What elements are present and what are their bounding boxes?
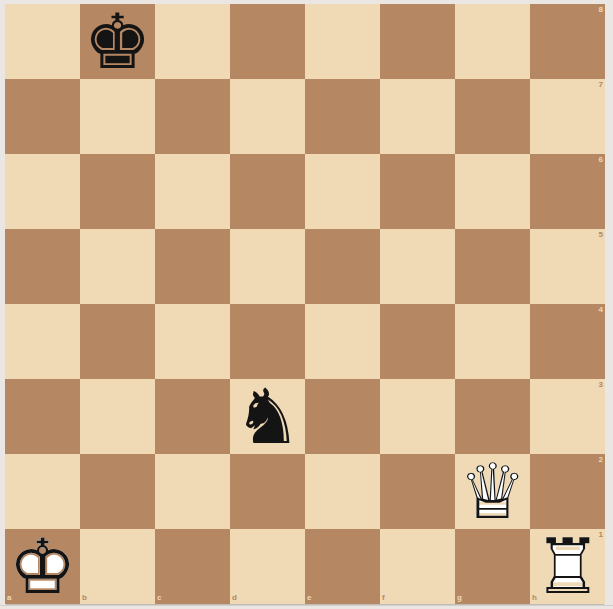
square-g5[interactable] [455, 229, 530, 304]
chess-board: ♚87654♞3♛♕2a♚♔bcdefg1h♜♖ [5, 4, 605, 604]
square-d7[interactable] [230, 79, 305, 154]
square-h1[interactable]: 1h♜♖ [530, 529, 605, 604]
square-f7[interactable] [380, 79, 455, 154]
piece-black-king[interactable]: ♚ [80, 4, 155, 79]
square-d8[interactable] [230, 4, 305, 79]
rank-label-4: 4 [599, 306, 603, 314]
rank-label-2: 2 [599, 456, 603, 464]
file-label-b: b [82, 594, 87, 602]
square-f2[interactable] [380, 454, 455, 529]
square-e7[interactable] [305, 79, 380, 154]
square-d6[interactable] [230, 154, 305, 229]
square-e5[interactable] [305, 229, 380, 304]
square-d3[interactable]: ♞ [230, 379, 305, 454]
file-label-c: c [157, 594, 161, 602]
square-b2[interactable] [80, 454, 155, 529]
square-h3[interactable]: 3 [530, 379, 605, 454]
square-f5[interactable] [380, 229, 455, 304]
file-label-f: f [382, 594, 385, 602]
square-g8[interactable] [455, 4, 530, 79]
black-knight-glyph: ♞ [233, 379, 301, 454]
square-g7[interactable] [455, 79, 530, 154]
square-a6[interactable] [5, 154, 80, 229]
square-a3[interactable] [5, 379, 80, 454]
square-h6[interactable]: 6 [530, 154, 605, 229]
square-b7[interactable] [80, 79, 155, 154]
square-a2[interactable] [5, 454, 80, 529]
square-g1[interactable]: g [455, 529, 530, 604]
square-b1[interactable]: b [80, 529, 155, 604]
square-d4[interactable] [230, 304, 305, 379]
square-g3[interactable] [455, 379, 530, 454]
file-label-d: d [232, 594, 237, 602]
square-d2[interactable] [230, 454, 305, 529]
square-b4[interactable] [80, 304, 155, 379]
file-label-g: g [457, 594, 462, 602]
square-h4[interactable]: 4 [530, 304, 605, 379]
square-d5[interactable] [230, 229, 305, 304]
square-a5[interactable] [5, 229, 80, 304]
square-c6[interactable] [155, 154, 230, 229]
black-king-glyph: ♚ [83, 4, 151, 79]
square-c4[interactable] [155, 304, 230, 379]
square-e6[interactable] [305, 154, 380, 229]
square-c8[interactable] [155, 4, 230, 79]
square-e1[interactable]: e [305, 529, 380, 604]
square-b8[interactable]: ♚ [80, 4, 155, 79]
square-h7[interactable]: 7 [530, 79, 605, 154]
square-c1[interactable]: c [155, 529, 230, 604]
rank-label-5: 5 [599, 231, 603, 239]
bottom-divider [0, 605, 613, 606]
white-queen-glyph: ♕ [458, 454, 526, 529]
square-d1[interactable]: d [230, 529, 305, 604]
white-rook-glyph: ♖ [533, 529, 601, 604]
rank-label-7: 7 [599, 81, 603, 89]
square-a8[interactable] [5, 4, 80, 79]
square-c7[interactable] [155, 79, 230, 154]
square-c5[interactable] [155, 229, 230, 304]
file-label-e: e [307, 594, 311, 602]
square-h5[interactable]: 5 [530, 229, 605, 304]
square-f6[interactable] [380, 154, 455, 229]
square-e2[interactable] [305, 454, 380, 529]
square-b3[interactable] [80, 379, 155, 454]
square-b5[interactable] [80, 229, 155, 304]
piece-white-king[interactable]: ♚♔ [5, 529, 80, 604]
square-f8[interactable] [380, 4, 455, 79]
square-b6[interactable] [80, 154, 155, 229]
square-h2[interactable]: 2 [530, 454, 605, 529]
square-f3[interactable] [380, 379, 455, 454]
square-a7[interactable] [5, 79, 80, 154]
chess-app-page: ♚87654♞3♛♕2a♚♔bcdefg1h♜♖ [0, 0, 613, 609]
square-c2[interactable] [155, 454, 230, 529]
square-a4[interactable] [5, 304, 80, 379]
piece-white-rook[interactable]: ♜♖ [530, 529, 605, 604]
rank-label-6: 6 [599, 156, 603, 164]
rank-label-8: 8 [599, 6, 603, 14]
square-f4[interactable] [380, 304, 455, 379]
square-h8[interactable]: 8 [530, 4, 605, 79]
rank-label-3: 3 [599, 381, 603, 389]
square-f1[interactable]: f [380, 529, 455, 604]
white-king-glyph: ♔ [8, 529, 76, 604]
piece-black-knight[interactable]: ♞ [230, 379, 305, 454]
square-c3[interactable] [155, 379, 230, 454]
square-e3[interactable] [305, 379, 380, 454]
square-g6[interactable] [455, 154, 530, 229]
square-g2[interactable]: ♛♕ [455, 454, 530, 529]
square-e8[interactable] [305, 4, 380, 79]
square-g4[interactable] [455, 304, 530, 379]
square-e4[interactable] [305, 304, 380, 379]
piece-white-queen[interactable]: ♛♕ [455, 454, 530, 529]
square-a1[interactable]: a♚♔ [5, 529, 80, 604]
